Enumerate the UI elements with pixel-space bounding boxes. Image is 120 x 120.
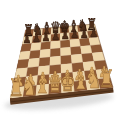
square-a5 bbox=[19, 51, 31, 60]
square-a4 bbox=[17, 59, 30, 69]
square-f4 bbox=[71, 54, 83, 63]
chess-board: ♜♞♝♛♚♝♞♜♟♟♟♟♟♟♟♟♟♟♟♟♟♟♟♟♜♞♝♛♚♝♞♜ bbox=[0, 0, 120, 120]
piece-black-pawn-h7: ♟ bbox=[89, 26, 98, 39]
square-f5 bbox=[71, 46, 82, 55]
square-e4 bbox=[61, 55, 72, 64]
square-g5 bbox=[81, 45, 93, 54]
piece-black-pawn-b7: ♟ bbox=[32, 31, 41, 44]
square-d4 bbox=[50, 56, 61, 65]
piece-black-pawn-g7: ♟ bbox=[80, 27, 89, 40]
piece-white-rook-h1: ♜ bbox=[99, 64, 115, 92]
chess-set-photo: ♜♞♝♛♚♝♞♜♟♟♟♟♟♟♟♟♟♟♟♟♟♟♟♟♜♞♝♛♚♝♞♜ bbox=[0, 0, 120, 120]
square-c5 bbox=[40, 49, 51, 58]
square-e5 bbox=[61, 47, 72, 56]
piece-black-pawn-d7: ♟ bbox=[51, 29, 60, 42]
piece-black-pawn-a7: ♟ bbox=[23, 32, 32, 45]
square-g4 bbox=[82, 53, 94, 62]
piece-black-pawn-e7: ♟ bbox=[61, 29, 70, 42]
square-d5 bbox=[50, 48, 61, 57]
square-b4 bbox=[28, 58, 40, 68]
piece-black-pawn-c7: ♟ bbox=[42, 30, 51, 43]
square-b5 bbox=[29, 50, 40, 59]
piece-black-pawn-f7: ♟ bbox=[70, 28, 79, 41]
square-c4 bbox=[39, 57, 50, 67]
